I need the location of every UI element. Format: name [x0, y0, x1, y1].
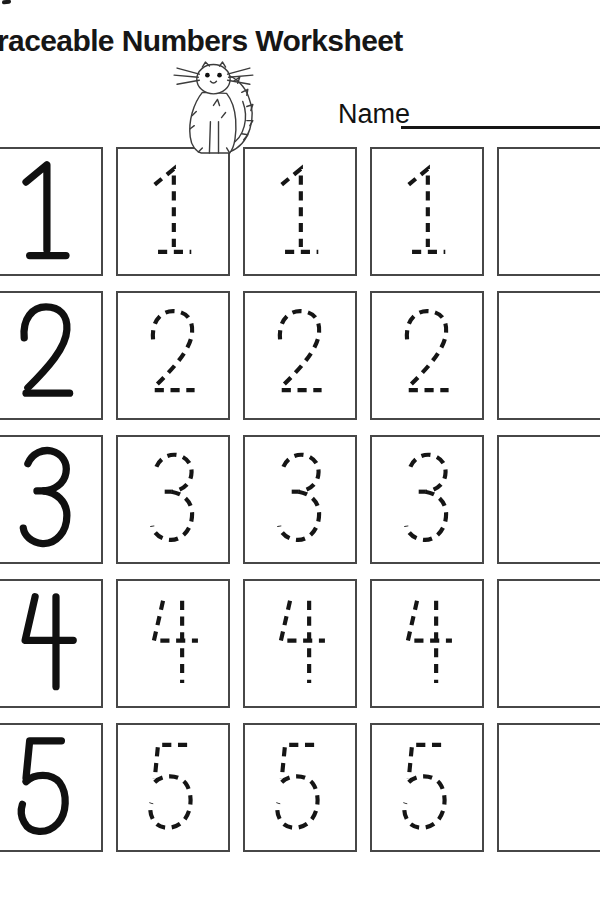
digit-5-solid [0, 729, 93, 847]
digit-4-solid [0, 585, 93, 703]
cell-row1-col5-empty-practice-box [497, 147, 600, 276]
cell-row3-col3-digit-3-dashed [243, 435, 357, 564]
name-fill-line [401, 126, 600, 129]
scan-artifact-speck [2, 0, 11, 5]
cell-row4-col5-empty-practice-box [497, 579, 600, 708]
digit-4-dashed-trace [257, 590, 343, 698]
digit-1-solid [0, 153, 93, 271]
cell-row3-col2-digit-3-dashed [116, 435, 230, 564]
cell-row3-col1-digit-3-solid [0, 435, 103, 564]
name-row: Name [338, 99, 410, 130]
cell-row2-col5-empty-practice-box [497, 291, 600, 420]
digit-5-dashed-trace [130, 734, 216, 842]
digit-5-dashed-trace [257, 734, 343, 842]
cell-row5-col3-digit-5-dashed [243, 723, 357, 852]
cell-row1-col1-digit-1-solid [0, 147, 103, 276]
cell-row5-col2-digit-5-dashed [116, 723, 230, 852]
cell-row4-col2-digit-4-dashed [116, 579, 230, 708]
digit-3-solid [0, 441, 93, 559]
worksheet-page: raceable Numbers Worksheet Nam [0, 0, 600, 900]
cell-row2-col1-digit-2-solid [0, 291, 103, 420]
cell-row4-col1-digit-4-solid [0, 579, 103, 708]
digit-1-dashed-trace [384, 158, 470, 266]
cell-row1-col2-digit-1-dashed [116, 147, 230, 276]
cell-row3-col4-digit-3-dashed [370, 435, 484, 564]
cell-row5-col5-empty-practice-box [497, 723, 600, 852]
digit-2-dashed-trace [257, 302, 343, 410]
name-label: Name [338, 99, 410, 130]
digit-3-dashed-trace [384, 446, 470, 554]
digit-5-dashed-trace [384, 734, 470, 842]
digit-1-dashed-trace [130, 158, 216, 266]
cell-row2-col3-digit-2-dashed [243, 291, 357, 420]
digit-3-dashed-trace [257, 446, 343, 554]
cell-row5-col4-digit-5-dashed [370, 723, 484, 852]
cat-illustration [169, 59, 266, 158]
digit-2-dashed-trace [384, 302, 470, 410]
digit-4-dashed-trace [384, 590, 470, 698]
cell-row1-col4-digit-1-dashed [370, 147, 484, 276]
cell-row2-col4-digit-2-dashed [370, 291, 484, 420]
page-title: raceable Numbers Worksheet [0, 24, 403, 57]
cell-row1-col3-digit-1-dashed [243, 147, 357, 276]
digit-1-dashed-trace [257, 158, 343, 266]
cell-row3-col5-empty-practice-box [497, 435, 600, 564]
digit-3-dashed-trace [130, 446, 216, 554]
digit-4-dashed-trace [130, 590, 216, 698]
cell-row4-col4-digit-4-dashed [370, 579, 484, 708]
cell-row2-col2-digit-2-dashed [116, 291, 230, 420]
digit-2-dashed-trace [130, 302, 216, 410]
digit-2-solid [0, 297, 93, 415]
worksheet-grid [0, 147, 600, 852]
cell-row5-col1-digit-5-solid [0, 723, 103, 852]
cell-row4-col3-digit-4-dashed [243, 579, 357, 708]
